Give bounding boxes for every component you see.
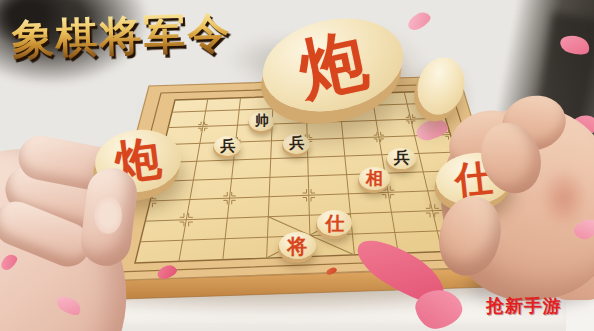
game-title: 象棋将军令 象棋将军令 xyxy=(11,4,254,92)
board-piece: 兵 xyxy=(214,136,241,156)
piece-glyph: 将 xyxy=(287,236,307,256)
watermark-text: 抢新手游 xyxy=(486,294,562,318)
board-piece: 仕 xyxy=(317,210,352,236)
piece-glyph: 炮 xyxy=(293,25,372,104)
right-hand-blush xyxy=(540,168,588,228)
left-hand-thumbnail xyxy=(94,196,122,234)
piece-glyph: 帅 xyxy=(255,114,269,128)
piece-glyph: 兵 xyxy=(289,136,304,151)
piece-glyph: 相 xyxy=(366,170,383,187)
piece-glyph: 兵 xyxy=(394,150,410,166)
piece-glyph: 兵 xyxy=(220,139,235,154)
board-piece: 兵 xyxy=(387,148,416,169)
game-title-text: 象棋将军令 xyxy=(11,4,253,68)
board-piece: 相 xyxy=(359,167,390,190)
board-piece: 将 xyxy=(279,232,316,260)
board-piece: 帅 xyxy=(249,112,274,130)
xiangqi-promo-banner: 帅兵兵兵相仕将炮炮仕 象棋将军令 象棋将军令 抢新手游 xyxy=(0,0,594,331)
piece-glyph: 仕 xyxy=(325,214,344,233)
board-piece: 兵 xyxy=(283,134,310,154)
